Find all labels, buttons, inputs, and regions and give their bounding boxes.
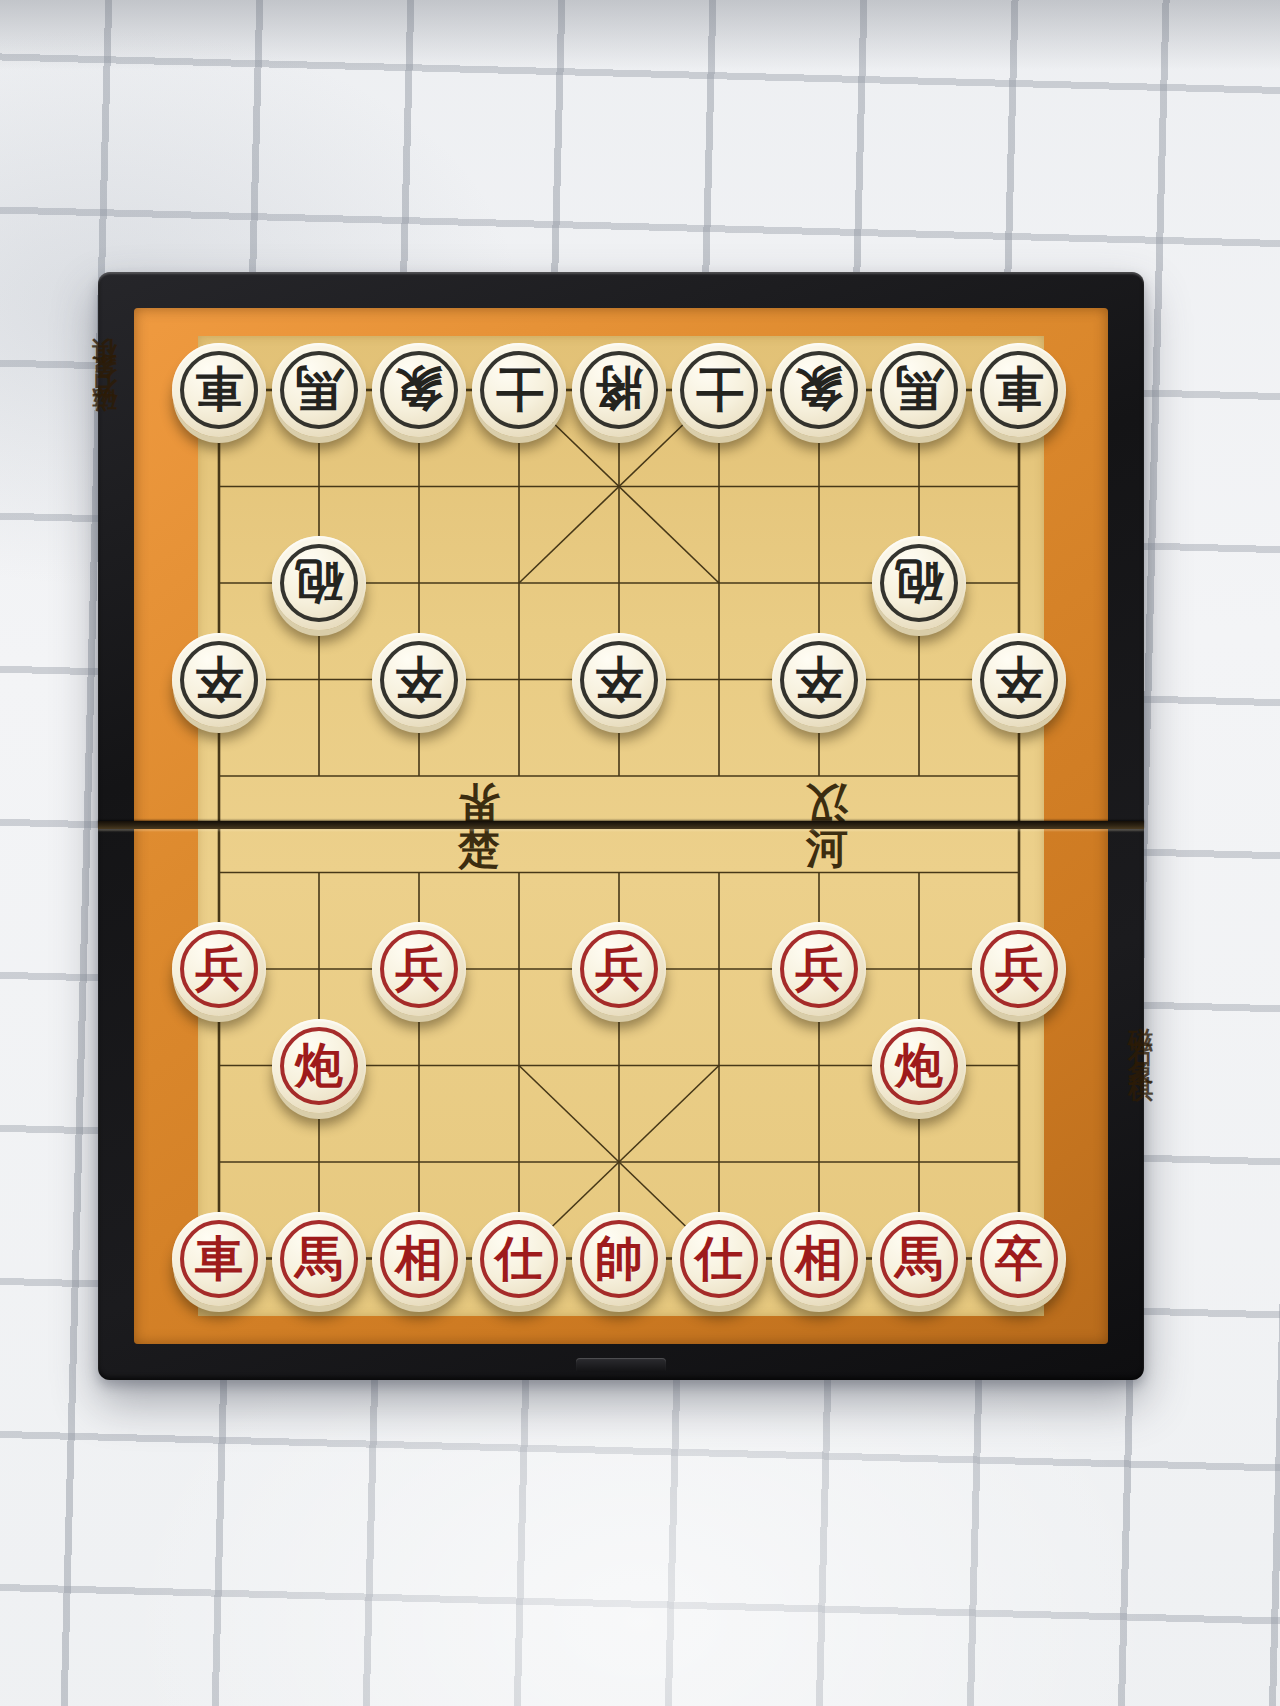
piece-glyph: 車	[195, 1234, 243, 1282]
piece-red-chariot[interactable]: 車	[172, 1212, 266, 1306]
piece-glyph: 兵	[195, 944, 243, 992]
piece-glyph: 兵	[995, 944, 1043, 992]
piece-red-advisor[interactable]: 仕	[672, 1212, 766, 1306]
piece-glyph: 象	[395, 365, 443, 413]
piece-glyph: 相	[395, 1234, 443, 1282]
piece-black-advisor[interactable]: 士	[672, 343, 766, 437]
piece-glyph: 兵	[795, 944, 843, 992]
piece-red-soldier[interactable]: 卒	[972, 1212, 1066, 1306]
piece-black-horse[interactable]: 馬	[872, 343, 966, 437]
piece-red-general[interactable]: 帥	[572, 1212, 666, 1306]
piece-glyph: 卒	[195, 655, 243, 703]
piece-glyph: 馬	[295, 1234, 343, 1282]
piece-glyph: 仕	[695, 1234, 743, 1282]
piece-black-advisor[interactable]: 士	[472, 343, 566, 437]
piece-red-soldier[interactable]: 兵	[372, 922, 466, 1016]
piece-black-elephant[interactable]: 象	[372, 343, 466, 437]
piece-black-soldier[interactable]: 卒	[972, 633, 1066, 727]
piece-glyph: 卒	[395, 655, 443, 703]
piece-red-soldier[interactable]: 兵	[972, 922, 1066, 1016]
piece-glyph: 仕	[495, 1234, 543, 1282]
piece-glyph: 馬	[895, 365, 943, 413]
piece-black-cannon[interactable]: 砲	[272, 536, 366, 630]
xiangqi-board: 磁石象棋 磁石象棋	[98, 272, 1144, 1380]
piece-glyph: 士	[495, 365, 543, 413]
piece-black-chariot[interactable]: 車	[172, 343, 266, 437]
piece-glyph: 砲	[295, 558, 343, 606]
piece-black-general[interactable]: 將	[572, 343, 666, 437]
piece-black-horse[interactable]: 馬	[272, 343, 366, 437]
piece-red-horse[interactable]: 馬	[872, 1212, 966, 1306]
piece-black-soldier[interactable]: 卒	[572, 633, 666, 727]
piece-glyph: 車	[995, 365, 1043, 413]
piece-red-elephant[interactable]: 相	[372, 1212, 466, 1306]
piece-glyph: 將	[595, 365, 643, 413]
piece-red-horse[interactable]: 馬	[272, 1212, 366, 1306]
piece-red-cannon[interactable]: 炮	[272, 1019, 366, 1113]
piece-red-elephant[interactable]: 相	[772, 1212, 866, 1306]
piece-red-advisor[interactable]: 仕	[472, 1212, 566, 1306]
piece-black-soldier[interactable]: 卒	[772, 633, 866, 727]
piece-black-soldier[interactable]: 卒	[372, 633, 466, 727]
piece-glyph: 車	[195, 365, 243, 413]
fold-seam	[98, 821, 1144, 829]
piece-glyph: 砲	[895, 558, 943, 606]
piece-glyph: 卒	[995, 655, 1043, 703]
piece-glyph: 炮	[895, 1041, 943, 1089]
piece-glyph: 相	[795, 1234, 843, 1282]
piece-glyph: 帥	[595, 1234, 643, 1282]
piece-black-elephant[interactable]: 象	[772, 343, 866, 437]
piece-black-cannon[interactable]: 砲	[872, 536, 966, 630]
piece-glyph: 象	[795, 365, 843, 413]
piece-glyph: 卒	[995, 1234, 1043, 1282]
piece-glyph: 兵	[595, 944, 643, 992]
piece-black-soldier[interactable]: 卒	[172, 633, 266, 727]
piece-glyph: 炮	[295, 1041, 343, 1089]
piece-glyph: 馬	[295, 365, 343, 413]
fold-clasp	[576, 1358, 666, 1372]
piece-red-soldier[interactable]: 兵	[772, 922, 866, 1016]
piece-glyph: 士	[695, 365, 743, 413]
piece-glyph: 馬	[895, 1234, 943, 1282]
piece-red-soldier[interactable]: 兵	[172, 922, 266, 1016]
piece-glyph: 卒	[595, 655, 643, 703]
margin-text-right: 磁石象棋	[1124, 1008, 1157, 1072]
piece-glyph: 卒	[795, 655, 843, 703]
piece-red-soldier[interactable]: 兵	[572, 922, 666, 1016]
piece-glyph: 兵	[395, 944, 443, 992]
margin-text-left: 磁石象棋	[88, 368, 121, 432]
piece-red-cannon[interactable]: 炮	[872, 1019, 966, 1113]
piece-black-chariot[interactable]: 車	[972, 343, 1066, 437]
